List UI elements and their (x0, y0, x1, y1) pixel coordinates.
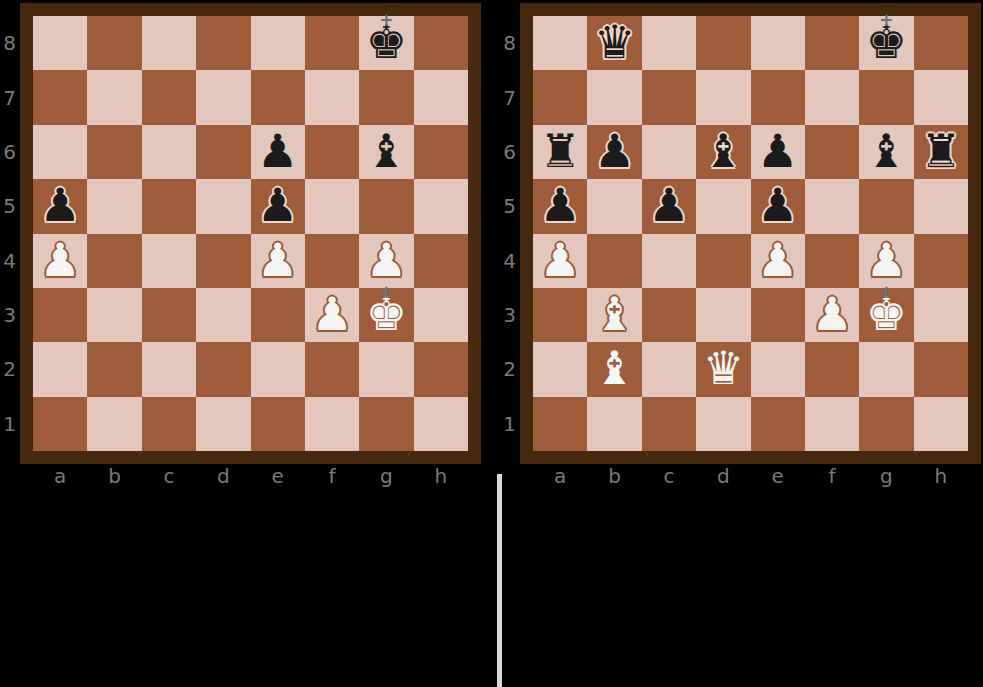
square-e7[interactable] (251, 70, 305, 124)
square-b2[interactable]: ♝ (587, 342, 641, 396)
square-f3[interactable]: ♟ (805, 288, 859, 342)
square-e8[interactable] (251, 16, 305, 70)
right-rank-label-1: 1 (501, 397, 518, 451)
white-bishop-b3: ♝ (594, 291, 635, 337)
square-d5[interactable] (696, 179, 750, 233)
right-file-label-g: g (859, 463, 913, 489)
square-b8[interactable]: ♛ (587, 16, 641, 70)
square-g3[interactable]: ♚+ (359, 288, 413, 342)
square-f1[interactable] (805, 397, 859, 451)
left-file-label-c: c (142, 463, 196, 489)
square-c3[interactable] (142, 288, 196, 342)
square-c2[interactable] (142, 342, 196, 396)
square-b8[interactable] (87, 16, 141, 70)
square-h6[interactable]: ♜ (914, 125, 968, 179)
square-g1[interactable] (859, 397, 913, 451)
square-g2[interactable] (859, 342, 913, 396)
square-d2[interactable]: ♛ (696, 342, 750, 396)
square-e6[interactable]: ♟ (751, 125, 805, 179)
square-c2[interactable] (642, 342, 696, 396)
square-d4[interactable] (696, 234, 750, 288)
white-pawn-g4: ♟ (366, 237, 407, 283)
square-a4[interactable]: ♟ (33, 234, 87, 288)
right-board-frame: ♛♚+♜♟♝♟♝♜♟♟♟♟♟♟♝♟♚+♝♛ (520, 3, 981, 464)
square-b6[interactable] (87, 125, 141, 179)
square-f4[interactable] (305, 234, 359, 288)
square-g5[interactable] (859, 179, 913, 233)
square-g7[interactable] (859, 70, 913, 124)
square-f6[interactable] (805, 125, 859, 179)
square-c8[interactable] (142, 16, 196, 70)
square-h1[interactable] (414, 397, 468, 451)
square-d3[interactable] (696, 288, 750, 342)
square-f1[interactable] (305, 397, 359, 451)
white-king-g3: ♚ (866, 291, 907, 337)
left-rank-label-1: 1 (1, 397, 18, 451)
white-bishop-b2: ♝ (594, 345, 635, 391)
left-file-label-f: f (305, 463, 359, 489)
black-pawn-e5: ♟ (257, 182, 298, 228)
right-file-label-a: a (533, 463, 587, 489)
square-h8[interactable] (414, 16, 468, 70)
square-d5[interactable] (196, 179, 250, 233)
square-d1[interactable] (696, 397, 750, 451)
right-file-label-f: f (805, 463, 859, 489)
left-file-label-e: e (251, 463, 305, 489)
square-h4[interactable] (914, 234, 968, 288)
vertical-divider (497, 474, 502, 687)
square-f8[interactable] (305, 16, 359, 70)
square-a3[interactable] (533, 288, 587, 342)
square-h7[interactable] (414, 70, 468, 124)
square-e1[interactable] (251, 397, 305, 451)
square-b1[interactable] (587, 397, 641, 451)
black-pawn-e5: ♟ (757, 182, 798, 228)
black-pawn-e6: ♟ (757, 128, 798, 174)
square-h7[interactable] (914, 70, 968, 124)
white-pawn-a4: ♟ (540, 237, 581, 283)
square-g4[interactable]: ♟ (859, 234, 913, 288)
screenshot-root: 87654321 ♚+♟♝♟♟♟♟♟♟♚+ abcdefgh 87654321 … (0, 0, 983, 687)
black-pawn-e6: ♟ (257, 128, 298, 174)
left-file-label-g: g (359, 463, 413, 489)
square-c4[interactable] (142, 234, 196, 288)
square-e5[interactable]: ♟ (251, 179, 305, 233)
right-rank-label-2: 2 (501, 342, 518, 396)
right-rank-label-3: 3 (501, 288, 518, 342)
square-c1[interactable] (642, 397, 696, 451)
right-rank-label-6: 6 (501, 125, 518, 179)
right-rank-label-4: 4 (501, 234, 518, 288)
right-board-rank-labels: 87654321 (501, 16, 518, 451)
square-g4[interactable]: ♟ (359, 234, 413, 288)
black-pawn-b6: ♟ (594, 128, 635, 174)
square-c7[interactable] (642, 70, 696, 124)
white-pawn-f3: ♟ (811, 291, 852, 337)
white-pawn-e4: ♟ (257, 237, 298, 283)
square-e3[interactable] (251, 288, 305, 342)
square-a6[interactable] (33, 125, 87, 179)
square-e3[interactable] (751, 288, 805, 342)
square-b7[interactable] (87, 70, 141, 124)
square-d6[interactable] (196, 125, 250, 179)
square-a7[interactable] (533, 70, 587, 124)
square-a3[interactable] (33, 288, 87, 342)
left-file-label-a: a (33, 463, 87, 489)
square-e8[interactable] (751, 16, 805, 70)
square-d8[interactable] (196, 16, 250, 70)
square-d3[interactable] (196, 288, 250, 342)
square-a8[interactable] (33, 16, 87, 70)
square-h4[interactable] (414, 234, 468, 288)
black-bishop-g6: ♝ (866, 128, 907, 174)
square-h6[interactable] (414, 125, 468, 179)
square-g8[interactable]: ♚+ (359, 16, 413, 70)
square-h2[interactable] (914, 342, 968, 396)
left-rank-label-6: 6 (1, 125, 18, 179)
square-g6[interactable]: ♝ (859, 125, 913, 179)
square-f2[interactable] (305, 342, 359, 396)
square-e6[interactable]: ♟ (251, 125, 305, 179)
square-a5[interactable]: ♟ (33, 179, 87, 233)
square-c4[interactable] (642, 234, 696, 288)
square-g8[interactable]: ♚+ (859, 16, 913, 70)
square-h5[interactable] (414, 179, 468, 233)
square-c7[interactable] (142, 70, 196, 124)
square-d1[interactable] (196, 397, 250, 451)
black-pawn-a5: ♟ (540, 182, 581, 228)
square-d6[interactable]: ♝ (696, 125, 750, 179)
square-b4[interactable] (87, 234, 141, 288)
square-f4[interactable] (805, 234, 859, 288)
left-rank-label-7: 7 (1, 70, 18, 124)
left-file-label-h: h (414, 463, 468, 489)
square-c1[interactable] (142, 397, 196, 451)
square-e2[interactable] (751, 342, 805, 396)
right-file-label-e: e (751, 463, 805, 489)
square-f7[interactable] (805, 70, 859, 124)
square-a8[interactable] (533, 16, 587, 70)
square-a5[interactable]: ♟ (533, 179, 587, 233)
square-c6[interactable] (642, 125, 696, 179)
square-b1[interactable] (87, 397, 141, 451)
square-d7[interactable] (196, 70, 250, 124)
black-bishop-d6: ♝ (703, 128, 744, 174)
square-f2[interactable] (805, 342, 859, 396)
square-c5[interactable] (142, 179, 196, 233)
black-queen-b8: ♛ (594, 19, 635, 65)
right-file-label-b: b (587, 463, 641, 489)
left-board-file-labels: abcdefgh (33, 463, 468, 489)
right-rank-label-8: 8 (501, 16, 518, 70)
right-rank-label-5: 5 (501, 179, 518, 233)
square-d4[interactable] (196, 234, 250, 288)
square-h3[interactable] (414, 288, 468, 342)
square-g3[interactable]: ♚+ (859, 288, 913, 342)
right-rank-label-7: 7 (501, 70, 518, 124)
square-e1[interactable] (751, 397, 805, 451)
white-pawn-g4: ♟ (866, 237, 907, 283)
square-g5[interactable] (359, 179, 413, 233)
square-h2[interactable] (414, 342, 468, 396)
right-board-file-labels: abcdefgh (533, 463, 968, 489)
square-a7[interactable] (33, 70, 87, 124)
right-file-label-c: c (642, 463, 696, 489)
left-rank-label-4: 4 (1, 234, 18, 288)
square-e4[interactable]: ♟ (751, 234, 805, 288)
square-a2[interactable] (533, 342, 587, 396)
square-f5[interactable] (305, 179, 359, 233)
square-f8[interactable] (805, 16, 859, 70)
square-a1[interactable] (533, 397, 587, 451)
black-pawn-a5: ♟ (40, 182, 81, 228)
left-rank-label-5: 5 (1, 179, 18, 233)
square-h8[interactable] (914, 16, 968, 70)
black-rook-a6: ♜ (540, 128, 581, 174)
left-file-label-b: b (87, 463, 141, 489)
black-bishop-g6: ♝ (366, 128, 407, 174)
black-king-g8: ♚ (866, 19, 907, 65)
square-e7[interactable] (751, 70, 805, 124)
square-c8[interactable] (642, 16, 696, 70)
square-h5[interactable] (914, 179, 968, 233)
square-e4[interactable]: ♟ (251, 234, 305, 288)
square-a1[interactable] (33, 397, 87, 451)
square-b2[interactable] (87, 342, 141, 396)
white-pawn-a4: ♟ (40, 237, 81, 283)
left-file-label-d: d (196, 463, 250, 489)
white-queen-d2: ♛ (703, 345, 744, 391)
left-board-rank-labels: 87654321 (1, 16, 18, 451)
square-e2[interactable] (251, 342, 305, 396)
square-h3[interactable] (914, 288, 968, 342)
left-board-frame: ♚+♟♝♟♟♟♟♟♟♚+ (20, 3, 481, 464)
square-c6[interactable] (142, 125, 196, 179)
square-f3[interactable]: ♟ (305, 288, 359, 342)
square-b4[interactable] (587, 234, 641, 288)
square-d7[interactable] (696, 70, 750, 124)
left-rank-label-3: 3 (1, 288, 18, 342)
white-pawn-e4: ♟ (757, 237, 798, 283)
square-a4[interactable]: ♟ (533, 234, 587, 288)
square-b3[interactable] (87, 288, 141, 342)
square-h1[interactable] (914, 397, 968, 451)
square-b5[interactable] (87, 179, 141, 233)
square-c3[interactable] (642, 288, 696, 342)
square-f6[interactable] (305, 125, 359, 179)
square-b6[interactable]: ♟ (587, 125, 641, 179)
square-b3[interactable]: ♝ (587, 288, 641, 342)
square-g6[interactable]: ♝ (359, 125, 413, 179)
square-d2[interactable] (196, 342, 250, 396)
square-g1[interactable] (359, 397, 413, 451)
square-b5[interactable] (587, 179, 641, 233)
square-b7[interactable] (587, 70, 641, 124)
left-rank-label-8: 8 (1, 16, 18, 70)
square-g2[interactable] (359, 342, 413, 396)
square-d8[interactable] (696, 16, 750, 70)
square-a2[interactable] (33, 342, 87, 396)
right-file-label-d: d (696, 463, 750, 489)
left-board: ♚+♟♝♟♟♟♟♟♟♚+ (33, 16, 468, 451)
black-king-g8: ♚ (366, 19, 407, 65)
black-pawn-c5: ♟ (648, 182, 689, 228)
right-file-label-h: h (914, 463, 968, 489)
square-a6[interactable]: ♜ (533, 125, 587, 179)
square-g7[interactable] (359, 70, 413, 124)
square-e5[interactable]: ♟ (751, 179, 805, 233)
black-rook-h6: ♜ (920, 128, 961, 174)
square-c5[interactable]: ♟ (642, 179, 696, 233)
right-board: ♛♚+♜♟♝♟♝♜♟♟♟♟♟♟♝♟♚+♝♛ (533, 16, 968, 451)
white-pawn-f3: ♟ (311, 291, 352, 337)
square-f7[interactable] (305, 70, 359, 124)
left-rank-label-2: 2 (1, 342, 18, 396)
square-f5[interactable] (805, 179, 859, 233)
white-king-g3: ♚ (366, 291, 407, 337)
